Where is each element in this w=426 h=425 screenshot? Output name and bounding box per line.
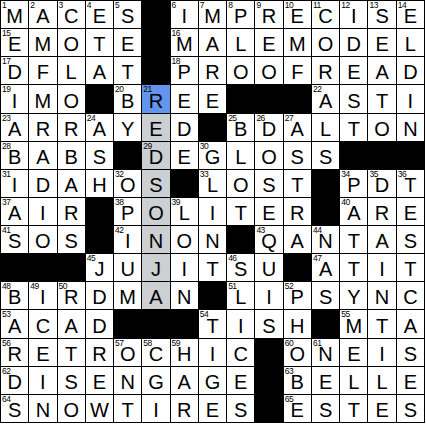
cell-letter: N (114, 372, 141, 393)
grid-cell[interactable]: 37A (1, 198, 28, 225)
cell-letter: E (284, 400, 311, 421)
grid-cell[interactable]: R (86, 339, 113, 366)
cell-letter: B (1, 287, 28, 308)
grid-cell[interactable]: 42I (114, 226, 141, 253)
cell-letter: N (397, 119, 424, 140)
grid-cell[interactable]: S (397, 395, 424, 422)
grid-cell[interactable]: N (397, 114, 424, 141)
grid-cell[interactable]: 17D (1, 57, 28, 84)
cell-letter: B (284, 372, 311, 393)
grid-cell[interactable]: N (368, 282, 395, 309)
cell-letter: C (397, 287, 424, 308)
cell-letter: S (58, 372, 85, 393)
grid-cell[interactable]: E (397, 367, 424, 394)
cell-letter: C (142, 344, 169, 365)
grid-cell[interactable]: 18P (171, 57, 198, 84)
grid-cell[interactable]: C (29, 310, 56, 337)
cell-letter: N (199, 231, 226, 252)
cell-letter: S (312, 400, 339, 421)
black-square (397, 142, 424, 169)
grid-cell[interactable]: I (199, 198, 226, 225)
grid-cell[interactable]: 1M (1, 1, 28, 28)
cell-letter: Y (340, 287, 367, 308)
grid-cell[interactable]: S (312, 282, 339, 309)
grid-cell[interactable]: O (171, 226, 198, 253)
grid-cell[interactable]: T (86, 29, 113, 56)
grid-cell[interactable]: 47A (312, 254, 339, 281)
cell-letter: I (397, 91, 424, 112)
grid-cell[interactable]: S (284, 142, 311, 169)
grid-cell[interactable]: T (340, 226, 367, 253)
black-square (58, 254, 85, 281)
selected-cell[interactable]: 21R (142, 85, 169, 112)
grid-cell[interactable]: N (114, 367, 141, 394)
grid-cell[interactable]: O (58, 85, 85, 112)
cell-letter: D (1, 62, 28, 83)
cell-letter: W (86, 400, 113, 421)
grid-cell[interactable]: M (29, 85, 56, 112)
grid-cell[interactable]: S (397, 226, 424, 253)
cell-letter: L (340, 372, 367, 393)
grid-cell[interactable]: E (171, 142, 198, 169)
grid-cell[interactable]: A (86, 57, 113, 84)
black-square (312, 198, 339, 225)
grid-cell[interactable]: C (397, 282, 424, 309)
grid-cell[interactable]: O (255, 57, 282, 84)
theme-cell[interactable]: O (142, 198, 169, 225)
grid-cell[interactable]: 55M (340, 310, 367, 337)
theme-cell[interactable]: 29D (142, 142, 169, 169)
grid-cell[interactable]: 39L (171, 198, 198, 225)
cell-letter: E (312, 372, 339, 393)
cell-letter: T (397, 259, 424, 280)
grid-cell[interactable]: 3C (58, 1, 85, 28)
grid-cell[interactable]: 31I (1, 170, 28, 197)
black-square (255, 367, 282, 394)
cell-letter: E (142, 119, 169, 140)
grid-cell[interactable]: E (368, 395, 395, 422)
cell-letter: P (171, 62, 198, 83)
grid-cell[interactable]: E (114, 29, 141, 56)
theme-cell[interactable]: J (142, 254, 169, 281)
grid-cell[interactable]: I (171, 254, 198, 281)
grid-cell[interactable]: 49I (29, 282, 56, 309)
grid-cell[interactable]: I (227, 310, 254, 337)
cell-letter: L (227, 147, 254, 168)
cell-letter: A (86, 62, 113, 83)
grid-cell[interactable]: I (397, 85, 424, 112)
grid-cell[interactable]: L (368, 367, 395, 394)
grid-cell[interactable]: R (368, 198, 395, 225)
black-square (312, 310, 339, 337)
cell-letter: D (29, 175, 56, 196)
grid-cell[interactable]: I (199, 339, 226, 366)
grid-cell[interactable]: 56R (1, 339, 28, 366)
grid-cell[interactable]: G (199, 367, 226, 394)
cell-letter: A (171, 372, 198, 393)
grid-cell[interactable]: E (29, 339, 56, 366)
cell-letter: A (86, 119, 113, 140)
grid-cell[interactable]: 57O (114, 339, 141, 366)
cell-letter: M (199, 6, 226, 27)
cell-letter: R (199, 62, 226, 83)
grid-cell[interactable]: 5S (114, 1, 141, 28)
grid-cell[interactable]: I (29, 367, 56, 394)
grid-cell[interactable]: O (227, 170, 254, 197)
grid-cell[interactable]: A (58, 310, 85, 337)
grid-cell[interactable]: S (58, 367, 85, 394)
grid-cell[interactable]: 16M (171, 29, 198, 56)
cell-letter: B (58, 147, 85, 168)
grid-cell[interactable]: L (397, 29, 424, 56)
grid-cell[interactable]: D (86, 282, 113, 309)
grid-cell[interactable]: G (142, 367, 169, 394)
grid-cell[interactable]: T (340, 395, 367, 422)
black-square (368, 142, 395, 169)
grid-cell[interactable]: 36T (397, 170, 424, 197)
grid-cell[interactable]: I (142, 395, 169, 422)
grid-cell[interactable]: I (368, 339, 395, 366)
grid-cell[interactable]: 33L (199, 170, 226, 197)
grid-cell[interactable]: 51L (227, 282, 254, 309)
grid-cell[interactable]: O (58, 395, 85, 422)
grid-cell[interactable]: 15E (1, 29, 28, 56)
grid-cell[interactable]: 40A (340, 198, 367, 225)
grid-cell[interactable]: F (29, 57, 56, 84)
grid-cell[interactable]: 10E (284, 1, 311, 28)
grid-cell[interactable]: A (368, 57, 395, 84)
black-square (86, 198, 113, 225)
grid-cell[interactable]: M (114, 282, 141, 309)
grid-cell[interactable]: 19I (1, 85, 28, 112)
grid-cell[interactable]: L (227, 29, 254, 56)
grid-cell[interactable]: 35D (368, 170, 395, 197)
cell-letter: O (227, 175, 254, 196)
grid-cell[interactable]: Y (340, 282, 367, 309)
grid-cell[interactable]: 44N (312, 226, 339, 253)
grid-cell[interactable]: A (171, 367, 198, 394)
cell-letter: R (142, 91, 169, 112)
grid-cell[interactable]: E (171, 85, 198, 112)
grid-cell[interactable]: D (397, 57, 424, 84)
grid-cell[interactable]: R (284, 198, 311, 225)
cell-letter: A (312, 91, 339, 112)
grid-cell[interactable]: D (29, 170, 56, 197)
cell-letter: D (368, 175, 395, 196)
black-square (142, 57, 169, 84)
grid-cell[interactable]: D (171, 114, 198, 141)
grid-cell[interactable]: S (340, 85, 367, 112)
cell-letter: O (58, 91, 85, 112)
grid-cell[interactable]: S (312, 142, 339, 169)
grid-cell[interactable]: E (340, 339, 367, 366)
cell-letter: T (340, 400, 367, 421)
grid-cell[interactable]: T (199, 254, 226, 281)
grid-cell[interactable]: 48B (1, 282, 28, 309)
grid-cell[interactable]: B (58, 142, 85, 169)
cell-letter: H (171, 344, 198, 365)
theme-cell[interactable]: A (142, 282, 169, 309)
grid-cell[interactable]: 60O (284, 339, 311, 366)
grid-cell[interactable]: 43Q (255, 226, 282, 253)
grid-cell[interactable]: 26D (255, 114, 282, 141)
cell-letter: H (86, 175, 113, 196)
grid-cell[interactable]: 63B (284, 367, 311, 394)
cell-letter: P (284, 287, 311, 308)
grid-cell[interactable]: S (312, 395, 339, 422)
cell-letter: S (340, 91, 367, 112)
grid-cell[interactable]: 2A (29, 1, 56, 28)
grid-cell[interactable]: 28B (1, 142, 28, 169)
grid-cell[interactable]: 6I (171, 1, 198, 28)
grid-cell[interactable]: R (29, 114, 56, 141)
grid-cell[interactable]: 22A (312, 85, 339, 112)
cell-letter: E (340, 62, 367, 83)
cell-letter: L (171, 203, 198, 224)
grid-cell[interactable]: E (227, 367, 254, 394)
cell-letter: O (114, 175, 141, 196)
cell-letter: T (114, 62, 141, 83)
grid-cell[interactable]: S (86, 142, 113, 169)
cell-letter: Q (255, 231, 282, 252)
grid-cell[interactable]: T (340, 254, 367, 281)
grid-cell[interactable]: T (227, 198, 254, 225)
cell-letter: A (1, 119, 28, 140)
cell-letter: M (1, 6, 28, 27)
grid-cell[interactable]: 7M (199, 1, 226, 28)
grid-cell[interactable]: 12I (340, 1, 367, 28)
grid-cell[interactable]: L (58, 57, 85, 84)
grid-cell[interactable]: T (368, 85, 395, 112)
cell-letter: L (227, 34, 254, 55)
grid-cell[interactable]: N (171, 282, 198, 309)
grid-cell[interactable]: E (340, 57, 367, 84)
cell-letter: R (29, 119, 56, 140)
black-square (227, 226, 254, 253)
cell-letter: I (142, 400, 169, 421)
grid-cell[interactable]: 59H (171, 339, 198, 366)
grid-cell[interactable]: T (58, 339, 85, 366)
cell-letter: I (29, 287, 56, 308)
grid-cell[interactable]: I (29, 198, 56, 225)
grid-cell[interactable]: U (114, 254, 141, 281)
grid-cell[interactable]: 20B (114, 85, 141, 112)
cell-letter: R (312, 62, 339, 83)
cell-letter: A (29, 147, 56, 168)
grid-cell[interactable]: E (368, 29, 395, 56)
grid-cell[interactable]: A (29, 142, 56, 169)
cell-letter: T (368, 316, 395, 337)
cell-letter: T (340, 259, 367, 280)
black-square (312, 170, 339, 197)
grid-cell[interactable]: T (368, 310, 395, 337)
cell-letter: S (255, 175, 282, 196)
cell-letter: S (142, 175, 169, 196)
grid-cell[interactable]: O (227, 57, 254, 84)
grid-cell[interactable]: O (312, 29, 339, 56)
cell-letter: N (312, 231, 339, 252)
grid-cell[interactable]: 14E (397, 1, 424, 28)
grid-cell[interactable]: I (255, 282, 282, 309)
grid-cell[interactable]: 46S (227, 254, 254, 281)
grid-cell[interactable]: M (29, 29, 56, 56)
grid-cell[interactable]: S (58, 226, 85, 253)
grid-cell[interactable]: U (255, 254, 282, 281)
cell-letter: T (340, 119, 367, 140)
grid-cell[interactable]: F (284, 57, 311, 84)
cell-letter: R (58, 119, 85, 140)
cell-letter: D (340, 34, 367, 55)
theme-cell[interactable]: E (142, 114, 169, 141)
grid-cell[interactable]: 24A (86, 114, 113, 141)
grid-cell[interactable]: D (340, 29, 367, 56)
grid-cell[interactable]: R (171, 395, 198, 422)
cell-letter: A (284, 119, 311, 140)
grid-cell[interactable]: 9R (255, 1, 282, 28)
grid-cell[interactable]: A (58, 170, 85, 197)
grid-cell[interactable]: E (397, 198, 424, 225)
grid-cell[interactable]: O (29, 226, 56, 253)
grid-cell[interactable]: D (86, 310, 113, 337)
grid-cell[interactable]: I (368, 254, 395, 281)
grid-cell[interactable]: S (227, 395, 254, 422)
grid-cell[interactable]: 38P (114, 198, 141, 225)
cell-letter: L (397, 34, 424, 55)
cell-letter: A (340, 203, 367, 224)
grid-cell[interactable]: 13S (368, 1, 395, 28)
grid-cell[interactable]: 27A (284, 114, 311, 141)
cell-letter: H (284, 316, 311, 337)
grid-cell[interactable]: E (199, 85, 226, 112)
grid-cell[interactable]: R (312, 57, 339, 84)
grid-cell[interactable]: E (86, 367, 113, 394)
cell-letter: O (29, 231, 56, 252)
cell-letter: S (397, 231, 424, 252)
grid-cell[interactable]: M (284, 29, 311, 56)
grid-cell[interactable]: 53A (1, 310, 28, 337)
theme-cell[interactable]: N (142, 226, 169, 253)
grid-cell[interactable]: N (199, 226, 226, 253)
cell-letter: N (171, 287, 198, 308)
grid-cell[interactable]: 41S (1, 226, 28, 253)
grid-cell[interactable]: 25B (227, 114, 254, 141)
grid-cell[interactable]: T (114, 57, 141, 84)
cell-letter: B (1, 147, 28, 168)
grid-cell[interactable]: 54T (199, 310, 226, 337)
grid-cell[interactable]: 65E (284, 395, 311, 422)
cell-letter: E (199, 400, 226, 421)
grid-cell[interactable]: 50R (58, 282, 85, 309)
grid-cell[interactable]: 58C (142, 339, 169, 366)
grid-cell[interactable]: C (227, 339, 254, 366)
grid-cell[interactable]: A (368, 226, 395, 253)
grid-cell[interactable]: T (284, 170, 311, 197)
grid-cell[interactable]: T (114, 395, 141, 422)
grid-cell[interactable]: L (312, 114, 339, 141)
grid-cell[interactable]: E (199, 395, 226, 422)
grid-cell[interactable]: A (397, 310, 424, 337)
grid-cell[interactable]: 23A (1, 114, 28, 141)
cell-letter: O (58, 400, 85, 421)
black-square (255, 395, 282, 422)
grid-cell[interactable]: 4E (86, 1, 113, 28)
black-square (227, 85, 254, 112)
cell-letter: A (199, 34, 226, 55)
grid-cell[interactable]: Y (114, 114, 141, 141)
grid-cell[interactable]: 62D (1, 367, 28, 394)
cell-letter: I (1, 175, 28, 196)
grid-cell[interactable]: R (58, 114, 85, 141)
grid-cell[interactable]: E (312, 367, 339, 394)
grid-cell[interactable]: 8P (227, 1, 254, 28)
cell-letter: T (199, 316, 226, 337)
black-square (142, 310, 169, 337)
grid-cell[interactable]: E (255, 29, 282, 56)
theme-cell[interactable]: S (142, 170, 169, 197)
grid-cell[interactable]: A (284, 226, 311, 253)
cell-letter: E (1, 34, 28, 55)
cell-letter: M (114, 287, 141, 308)
grid-cell[interactable]: R (199, 57, 226, 84)
grid-cell[interactable]: 32O (114, 170, 141, 197)
cell-letter: O (255, 62, 282, 83)
cell-letter: L (227, 287, 254, 308)
cell-letter: S (1, 400, 28, 421)
grid-cell[interactable]: S (255, 310, 282, 337)
grid-cell[interactable]: 52P (284, 282, 311, 309)
grid-cell[interactable]: 11C (312, 1, 339, 28)
cell-letter: S (227, 400, 254, 421)
cell-letter: R (255, 6, 282, 27)
grid-cell[interactable]: H (284, 310, 311, 337)
cell-letter: R (86, 344, 113, 365)
grid-cell[interactable]: T (340, 114, 367, 141)
grid-cell[interactable]: N (29, 395, 56, 422)
cell-letter: A (368, 62, 395, 83)
grid-cell[interactable]: O (368, 114, 395, 141)
grid-cell[interactable]: O (58, 29, 85, 56)
grid-cell[interactable]: S (255, 170, 282, 197)
cell-letter: E (397, 6, 424, 27)
grid-cell[interactable]: E (255, 198, 282, 225)
black-square (142, 1, 169, 28)
cell-letter: S (1, 231, 28, 252)
grid-cell[interactable]: 30G (199, 142, 226, 169)
grid-cell[interactable]: 64S (1, 395, 28, 422)
grid-cell[interactable]: 34P (340, 170, 367, 197)
cell-letter: O (58, 34, 85, 55)
grid-cell[interactable]: 61N (312, 339, 339, 366)
cell-letter: G (199, 372, 226, 393)
grid-cell[interactable]: W (86, 395, 113, 422)
grid-cell[interactable]: 45J (86, 254, 113, 281)
black-square (340, 142, 367, 169)
grid-cell[interactable]: O (255, 142, 282, 169)
grid-cell[interactable]: L (340, 367, 367, 394)
cell-letter: U (114, 259, 141, 280)
cell-letter: A (397, 316, 424, 337)
grid-cell[interactable]: R (58, 198, 85, 225)
cell-letter: P (340, 175, 367, 196)
grid-cell[interactable]: L (227, 142, 254, 169)
grid-cell[interactable]: T (397, 254, 424, 281)
black-square (114, 310, 141, 337)
grid-cell[interactable]: S (397, 339, 424, 366)
grid-cell[interactable]: H (86, 170, 113, 197)
cell-letter: A (284, 231, 311, 252)
cell-letter: N (29, 400, 56, 421)
grid-cell[interactable]: A (199, 29, 226, 56)
